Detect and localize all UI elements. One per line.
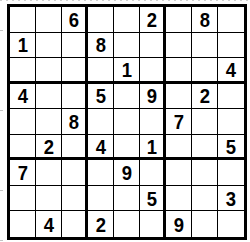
cell-r9c2[interactable]: 4 (36, 211, 62, 237)
cell-r4c3[interactable] (62, 84, 88, 110)
background-gridline-top (0, 0, 250, 1)
cell-r5c6[interactable] (140, 109, 166, 135)
cell-r1c8[interactable]: 8 (192, 7, 218, 33)
cell-r7c3[interactable] (62, 160, 88, 186)
cell-r2c2[interactable] (36, 33, 62, 59)
cell-r8c7[interactable] (166, 186, 192, 212)
cell-r7c2[interactable] (36, 160, 62, 186)
cell-r9c8[interactable] (192, 211, 218, 237)
cell-r3c2[interactable] (36, 58, 62, 84)
given-digit: 7 (173, 111, 183, 132)
cell-r7c7[interactable] (166, 160, 192, 186)
cell-r2c5[interactable] (114, 33, 140, 59)
cell-r5c4[interactable] (88, 109, 114, 135)
cell-r1c2[interactable] (36, 7, 62, 33)
cell-r9c5[interactable] (114, 211, 140, 237)
given-digit: 8 (199, 9, 209, 30)
given-digit: 5 (146, 188, 156, 209)
cell-r2c7[interactable] (166, 33, 192, 59)
cell-r8c8[interactable] (192, 186, 218, 212)
background-gridline-tick (0, 240, 3, 241)
cell-r9c7[interactable]: 9 (166, 211, 192, 237)
given-digit: 3 (226, 188, 236, 209)
given-digit: 1 (17, 34, 27, 55)
given-digit: 2 (43, 136, 53, 157)
given-digit: 7 (17, 162, 27, 183)
cell-r1c1[interactable] (10, 7, 36, 33)
cell-r4c7[interactable] (166, 84, 192, 110)
cell-r9c4[interactable]: 2 (88, 211, 114, 237)
cell-r6c7[interactable] (166, 135, 192, 161)
cell-r9c3[interactable] (62, 211, 88, 237)
cell-r7c9[interactable] (218, 160, 244, 186)
cell-r3c8[interactable] (192, 58, 218, 84)
cell-r6c6[interactable]: 1 (140, 135, 166, 161)
cell-r3c4[interactable] (88, 58, 114, 84)
cell-r7c8[interactable] (192, 160, 218, 186)
cell-r4c9[interactable] (218, 84, 244, 110)
sudoku-screenshot: { "game": "sudoku", "position": "..6..2.… (0, 0, 250, 242)
cell-r3c3[interactable] (62, 58, 88, 84)
cell-r9c9[interactable] (218, 211, 244, 237)
cell-r8c6[interactable]: 5 (140, 186, 166, 212)
cell-r6c9[interactable]: 5 (218, 135, 244, 161)
cell-r1c3[interactable]: 6 (62, 7, 88, 33)
cell-r8c4[interactable] (88, 186, 114, 212)
cell-r1c6[interactable]: 2 (140, 7, 166, 33)
cell-r6c3[interactable] (62, 135, 88, 161)
cell-r7c6[interactable] (140, 160, 166, 186)
given-digit: 2 (146, 9, 156, 30)
cell-r3c1[interactable] (10, 58, 36, 84)
cell-r5c5[interactable] (114, 109, 140, 135)
cell-r5c3[interactable]: 8 (62, 109, 88, 135)
cell-r8c2[interactable] (36, 186, 62, 212)
cell-r2c3[interactable] (62, 33, 88, 59)
cell-r2c1[interactable]: 1 (10, 33, 36, 59)
given-digit: 9 (173, 214, 183, 235)
cell-r8c5[interactable] (114, 186, 140, 212)
given-digit: 1 (121, 59, 131, 80)
cell-r3c5[interactable]: 1 (114, 58, 140, 84)
given-digit: 8 (68, 111, 78, 132)
given-digit: 2 (199, 85, 209, 106)
cell-r4c8[interactable]: 2 (192, 84, 218, 110)
cell-r2c4[interactable]: 8 (88, 33, 114, 59)
cell-r1c5[interactable] (114, 7, 140, 33)
background-gridline-tick (0, 110, 3, 111)
given-digit: 5 (95, 85, 105, 106)
cell-r6c2[interactable]: 2 (36, 135, 62, 161)
cell-r2c8[interactable] (192, 33, 218, 59)
cell-r2c6[interactable] (140, 33, 166, 59)
cell-r6c4[interactable]: 4 (88, 135, 114, 161)
cell-r7c5[interactable]: 9 (114, 160, 140, 186)
cell-r8c9[interactable]: 3 (218, 186, 244, 212)
given-digit: 2 (95, 214, 105, 235)
cell-r5c1[interactable] (10, 109, 36, 135)
cell-r4c6[interactable]: 9 (140, 84, 166, 110)
given-digit: 4 (226, 59, 236, 80)
cell-r5c2[interactable] (36, 109, 62, 135)
background-gridline-tick (0, 30, 3, 31)
cell-r3c9[interactable]: 4 (218, 58, 244, 84)
given-digit: 4 (43, 214, 53, 235)
background-gridline-tick (0, 190, 3, 191)
given-digit: 9 (121, 162, 131, 183)
given-digit: 8 (95, 34, 105, 55)
cell-r6c5[interactable] (114, 135, 140, 161)
cell-r6c1[interactable] (10, 135, 36, 161)
cell-r8c1[interactable] (10, 186, 36, 212)
given-digit: 9 (146, 85, 156, 106)
cell-r1c7[interactable] (166, 7, 192, 33)
cell-r1c9[interactable] (218, 7, 244, 33)
cell-r6c8[interactable] (192, 135, 218, 161)
cell-r3c7[interactable] (166, 58, 192, 84)
cell-r5c7[interactable]: 7 (166, 109, 192, 135)
cell-r4c4[interactable]: 5 (88, 84, 114, 110)
cell-r8c3[interactable] (62, 186, 88, 212)
given-digit: 4 (95, 136, 105, 157)
cell-r7c1[interactable]: 7 (10, 160, 36, 186)
cell-r9c6[interactable] (140, 211, 166, 237)
given-digit: 6 (68, 9, 78, 30)
cell-r2c9[interactable] (218, 33, 244, 59)
cell-r5c9[interactable] (218, 109, 244, 135)
cell-r5c8[interactable] (192, 109, 218, 135)
cell-r9c1[interactable] (10, 211, 36, 237)
sudoku-board: 628181445928724157953429 (7, 4, 247, 240)
cell-r3c6[interactable] (140, 58, 166, 84)
given-digit: 5 (226, 136, 236, 157)
cell-r1c4[interactable] (88, 7, 114, 33)
given-digit: 1 (146, 136, 156, 157)
cell-r4c5[interactable] (114, 84, 140, 110)
cell-r4c2[interactable] (36, 84, 62, 110)
given-digit: 4 (17, 85, 27, 106)
cell-r7c4[interactable] (88, 160, 114, 186)
cell-r4c1[interactable]: 4 (10, 84, 36, 110)
